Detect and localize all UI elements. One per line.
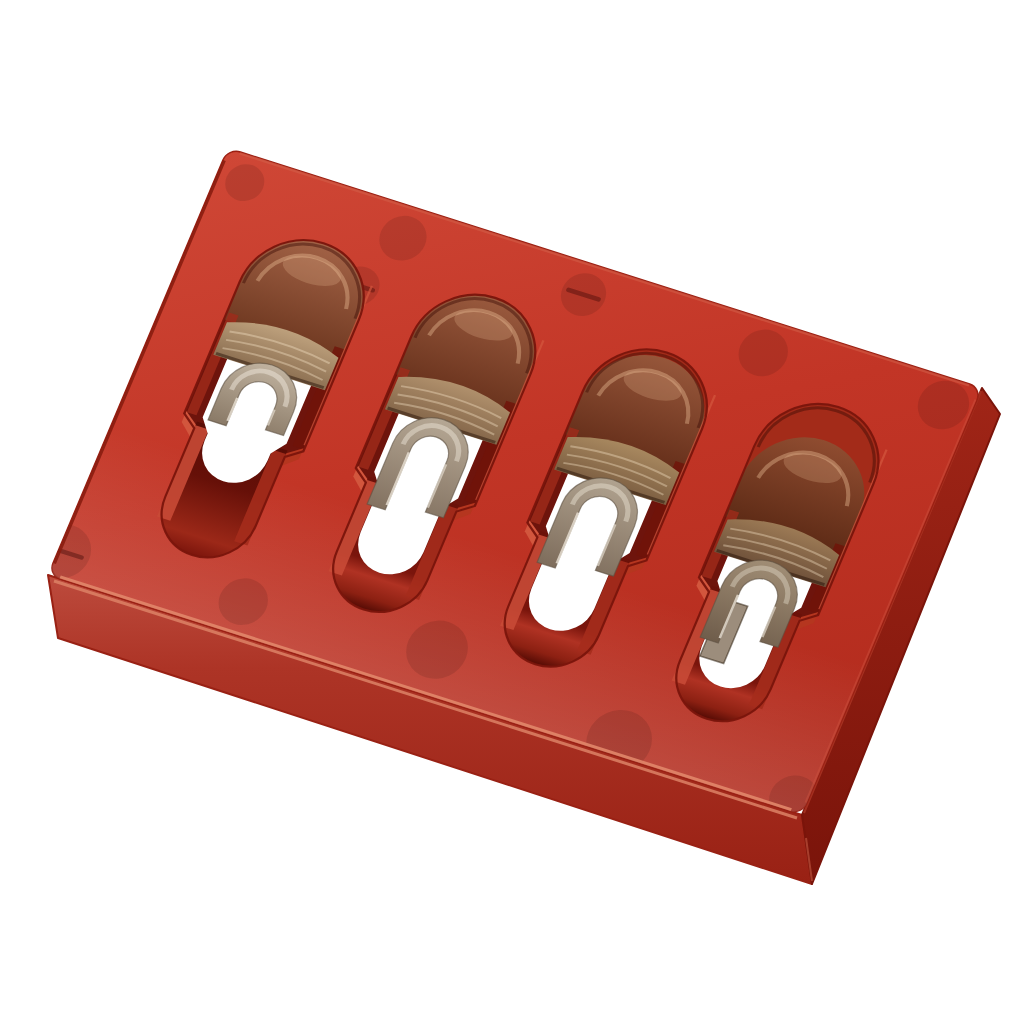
jumper-block-illustration: [0, 0, 1024, 1024]
product-photo: [0, 0, 1024, 1024]
